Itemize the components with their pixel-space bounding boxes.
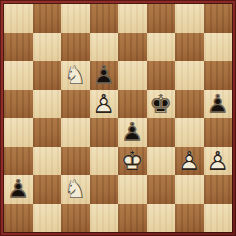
square-a5[interactable] [4,90,33,119]
square-g2[interactable] [175,175,204,204]
square-h5[interactable]: ♟♙ [204,90,233,119]
square-f1[interactable] [147,204,176,233]
white-pawn-outline: ♙ [90,90,119,119]
square-b4[interactable] [33,118,62,147]
square-g3[interactable]: ♟♙ [175,147,204,176]
piece-black-king[interactable]: ♚♔ [147,90,176,119]
piece-black-pawn[interactable]: ♟♙ [204,90,233,119]
square-d1[interactable] [90,204,119,233]
square-a3[interactable] [4,147,33,176]
square-f8[interactable] [147,4,176,33]
piece-black-pawn[interactable]: ♟♙ [118,118,147,147]
square-d8[interactable] [90,4,119,33]
piece-white-pawn[interactable]: ♟♙ [90,90,119,119]
square-f6[interactable] [147,61,176,90]
square-b6[interactable] [33,61,62,90]
black-pawn-outline: ♙ [118,118,147,147]
board-frame: ♞♘♟♙♟♙♚♔♟♙♟♙♚♔♟♙♟♙♟♙♞♘ [0,0,236,236]
black-king-outline: ♔ [147,90,176,119]
square-e1[interactable] [118,204,147,233]
black-pawn-outline: ♙ [90,61,119,90]
square-c4[interactable] [61,118,90,147]
square-e8[interactable] [118,4,147,33]
square-g6[interactable] [175,61,204,90]
piece-white-knight[interactable]: ♞♘ [61,61,90,90]
square-h4[interactable] [204,118,233,147]
square-a7[interactable] [4,33,33,62]
square-b2[interactable] [33,175,62,204]
square-h3[interactable]: ♟♙ [204,147,233,176]
white-king-outline: ♔ [118,147,147,176]
square-b7[interactable] [33,33,62,62]
white-pawn-outline: ♙ [204,147,233,176]
square-b3[interactable] [33,147,62,176]
square-b8[interactable] [33,4,62,33]
square-b5[interactable] [33,90,62,119]
square-e6[interactable] [118,61,147,90]
white-knight-outline: ♘ [61,61,90,90]
square-d6[interactable]: ♟♙ [90,61,119,90]
square-g1[interactable] [175,204,204,233]
square-h7[interactable] [204,33,233,62]
square-a1[interactable] [4,204,33,233]
square-a2[interactable]: ♟♙ [4,175,33,204]
square-h1[interactable] [204,204,233,233]
square-e3[interactable]: ♚♔ [118,147,147,176]
white-pawn-outline: ♙ [175,147,204,176]
square-d3[interactable] [90,147,119,176]
piece-black-pawn[interactable]: ♟♙ [90,61,119,90]
square-f4[interactable] [147,118,176,147]
square-f3[interactable] [147,147,176,176]
square-f5[interactable]: ♚♔ [147,90,176,119]
square-b1[interactable] [33,204,62,233]
piece-white-pawn[interactable]: ♟♙ [204,147,233,176]
piece-white-pawn[interactable]: ♟♙ [175,147,204,176]
square-a8[interactable] [4,4,33,33]
square-h8[interactable] [204,4,233,33]
black-pawn-outline: ♙ [204,90,233,119]
square-c5[interactable] [61,90,90,119]
square-h2[interactable] [204,175,233,204]
square-g8[interactable] [175,4,204,33]
square-e2[interactable] [118,175,147,204]
piece-white-knight[interactable]: ♞♘ [61,175,90,204]
square-c6[interactable]: ♞♘ [61,61,90,90]
square-h6[interactable] [204,61,233,90]
square-d4[interactable] [90,118,119,147]
square-e5[interactable] [118,90,147,119]
square-c2[interactable]: ♞♘ [61,175,90,204]
chess-board: ♞♘♟♙♟♙♚♔♟♙♟♙♚♔♟♙♟♙♟♙♞♘ [4,4,232,232]
square-g5[interactable] [175,90,204,119]
square-a4[interactable] [4,118,33,147]
square-e4[interactable]: ♟♙ [118,118,147,147]
square-f7[interactable] [147,33,176,62]
piece-white-king[interactable]: ♚♔ [118,147,147,176]
white-knight-outline: ♘ [61,175,90,204]
square-d5[interactable]: ♟♙ [90,90,119,119]
square-a6[interactable] [4,61,33,90]
square-g4[interactable] [175,118,204,147]
square-d2[interactable] [90,175,119,204]
square-d7[interactable] [90,33,119,62]
piece-black-pawn[interactable]: ♟♙ [4,175,33,204]
square-f2[interactable] [147,175,176,204]
square-g7[interactable] [175,33,204,62]
square-e7[interactable] [118,33,147,62]
square-c8[interactable] [61,4,90,33]
square-c7[interactable] [61,33,90,62]
black-pawn-outline: ♙ [4,175,33,204]
square-c1[interactable] [61,204,90,233]
square-c3[interactable] [61,147,90,176]
